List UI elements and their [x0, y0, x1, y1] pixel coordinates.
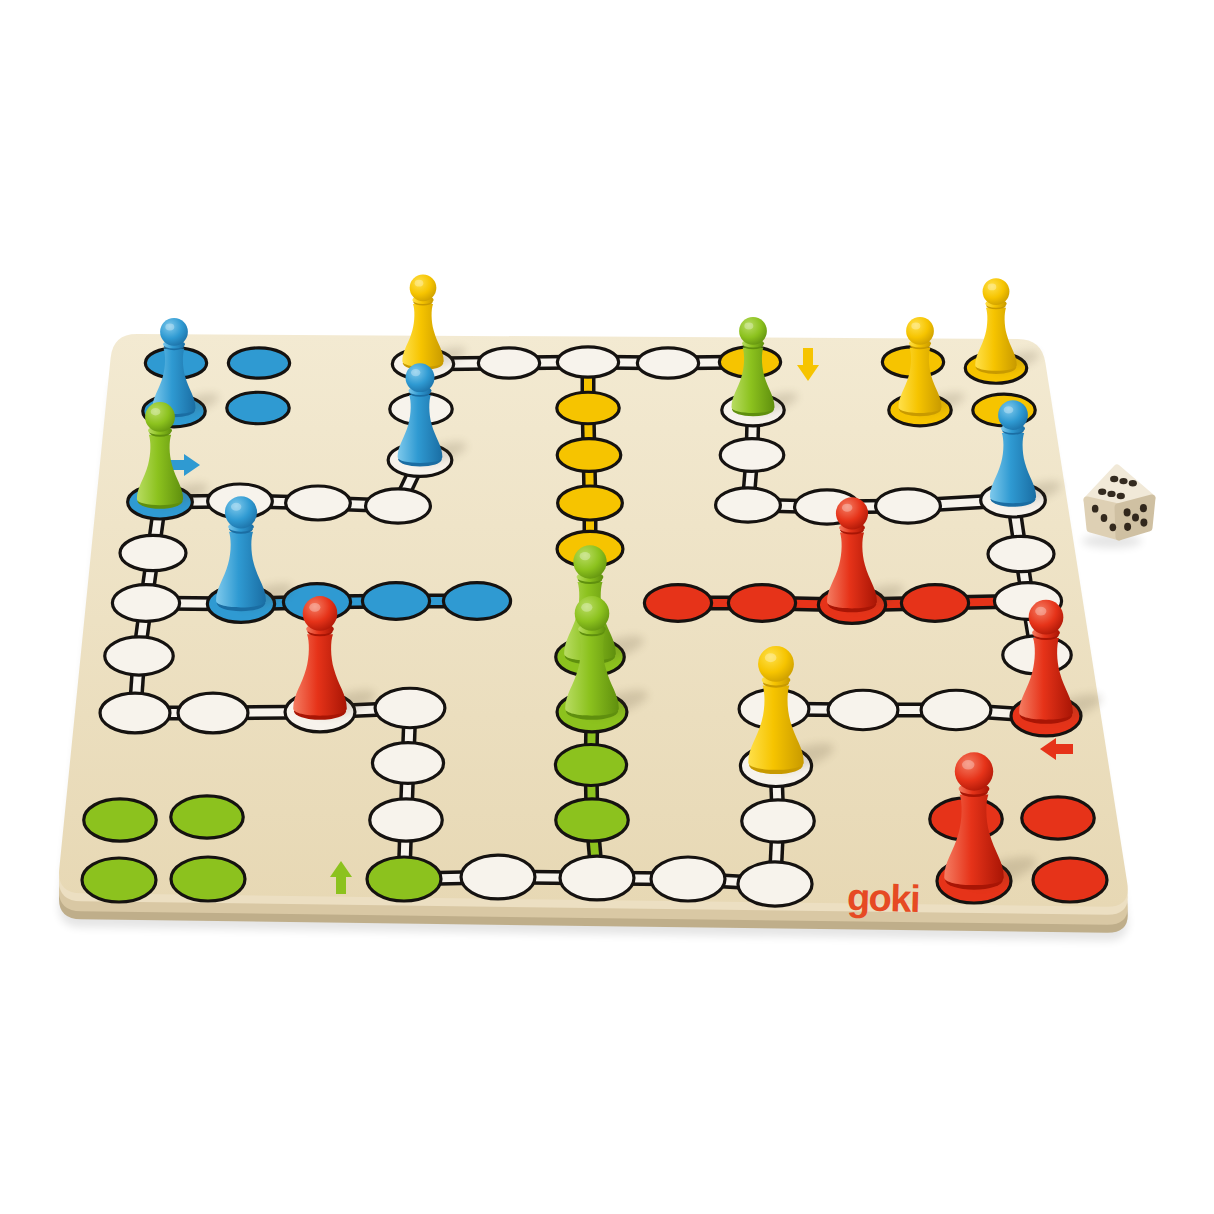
goal-cell-red-1[interactable] [901, 585, 968, 622]
track-cell-16[interactable] [876, 489, 941, 523]
track-cell-30[interactable] [461, 855, 535, 899]
die-top-pip [1107, 491, 1115, 497]
goal-cell-red-4[interactable] [644, 585, 711, 622]
track-cell-26[interactable] [742, 800, 815, 842]
track-cell-29[interactable] [560, 856, 634, 900]
track-cell-3[interactable] [286, 486, 351, 520]
track-cell-13[interactable] [720, 439, 784, 472]
track-cell-14[interactable] [716, 488, 781, 522]
goal-cell-yellow-1[interactable] [557, 392, 619, 424]
track-cell-32[interactable] [370, 799, 443, 841]
track-cell-8[interactable] [478, 348, 539, 378]
die-top-pip [1119, 478, 1127, 484]
home-cell-blue-4[interactable] [227, 392, 289, 424]
home-cell-green-2[interactable] [171, 796, 243, 838]
pawn-yellow-2[interactable] [975, 278, 1017, 374]
track-cell-27[interactable] [738, 862, 812, 906]
die-right-pip [1124, 508, 1131, 516]
die-right-pip [1140, 504, 1147, 512]
track-cell-31[interactable] [367, 857, 441, 901]
pawn-yellow-1[interactable] [402, 274, 443, 370]
goal-cell-red-3[interactable] [728, 585, 795, 622]
die-left-pip [1110, 523, 1117, 531]
die-right-pip [1140, 518, 1147, 526]
die-right-pip [1132, 513, 1139, 521]
die-top-pip [1098, 489, 1106, 495]
brand-logo: goki [846, 876, 919, 920]
ludo-board-scene: goki [0, 0, 1214, 1214]
goal-cell-blue-3[interactable] [362, 583, 429, 620]
die-right-pip [1124, 523, 1131, 531]
track-cell-36[interactable] [178, 693, 248, 733]
track-cell-9[interactable] [557, 347, 618, 377]
track-cell-10[interactable] [637, 348, 698, 378]
track-cell-23[interactable] [828, 690, 898, 730]
track-cell-34[interactable] [375, 688, 445, 727]
track-cell-40[interactable] [120, 535, 186, 570]
track-cell-39[interactable] [112, 585, 179, 622]
home-cell-red-4[interactable] [1033, 858, 1107, 902]
goal-cell-yellow-2[interactable] [557, 439, 621, 472]
die-top-pip [1110, 476, 1118, 482]
goal-cell-yellow-3[interactable] [558, 486, 623, 520]
die-left-pip [1101, 514, 1108, 522]
track-cell-37[interactable] [100, 693, 170, 733]
track-cell-33[interactable] [372, 743, 443, 784]
track-cell-22[interactable] [921, 690, 991, 730]
home-cell-green-4[interactable] [171, 857, 245, 901]
home-cell-red-2[interactable] [1022, 797, 1094, 839]
home-cell-green-1[interactable] [84, 799, 157, 841]
die-top-pip [1117, 493, 1125, 499]
die-top-pip [1129, 480, 1137, 486]
home-cell-green-3[interactable] [82, 858, 156, 902]
track-cell-28[interactable] [651, 857, 725, 901]
die-left-pip [1092, 505, 1099, 513]
goal-cell-green-1[interactable] [556, 799, 629, 841]
track-cell-4[interactable] [366, 489, 431, 523]
goal-cell-blue-4[interactable] [443, 583, 510, 620]
goal-cell-green-2[interactable] [555, 745, 626, 786]
home-cell-blue-2[interactable] [228, 348, 289, 378]
die[interactable] [1087, 468, 1152, 537]
ludo-photo-scene: goki [0, 0, 1214, 1214]
track-cell-18[interactable] [988, 536, 1054, 571]
track-cell-38[interactable] [105, 637, 174, 675]
